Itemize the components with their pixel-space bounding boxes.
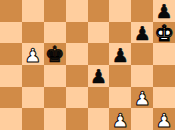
- square-f7[interactable]: [109, 0, 131, 22]
- square-c7[interactable]: [44, 0, 66, 22]
- square-e3[interactable]: [88, 87, 110, 109]
- piece-white-pawn[interactable]: ♟: [156, 110, 173, 129]
- square-g3[interactable]: ♟: [131, 87, 153, 109]
- square-b2[interactable]: [22, 108, 44, 130]
- square-h5[interactable]: [153, 43, 175, 65]
- piece-black-pawn[interactable]: ♟: [90, 67, 107, 86]
- square-d6[interactable]: [66, 22, 88, 44]
- square-a4[interactable]: [0, 65, 22, 87]
- piece-white-king[interactable]: ♚: [154, 22, 174, 43]
- square-f5[interactable]: ♟: [109, 43, 131, 65]
- square-c3[interactable]: [44, 87, 66, 109]
- square-d2[interactable]: [66, 108, 88, 130]
- piece-white-pawn[interactable]: ♟: [134, 88, 151, 107]
- square-h2[interactable]: ♟: [153, 108, 175, 130]
- square-a7[interactable]: [0, 0, 22, 22]
- piece-white-pawn[interactable]: ♟: [24, 45, 41, 64]
- square-e7[interactable]: [88, 0, 110, 22]
- chess-board: ♟♟♚♟♚♟♟♟♟♟: [0, 0, 175, 130]
- square-c5[interactable]: ♚: [44, 43, 66, 65]
- piece-black-king[interactable]: ♚: [45, 44, 65, 65]
- square-b5[interactable]: ♟: [22, 43, 44, 65]
- square-b4[interactable]: [22, 65, 44, 87]
- square-a2[interactable]: [0, 108, 22, 130]
- piece-white-pawn[interactable]: ♟: [112, 110, 129, 129]
- square-e5[interactable]: [88, 43, 110, 65]
- square-g2[interactable]: [131, 108, 153, 130]
- square-b6[interactable]: [22, 22, 44, 44]
- square-d7[interactable]: [66, 0, 88, 22]
- square-g7[interactable]: [131, 0, 153, 22]
- piece-black-pawn[interactable]: ♟: [112, 45, 129, 64]
- square-a3[interactable]: [0, 87, 22, 109]
- square-d3[interactable]: [66, 87, 88, 109]
- square-g4[interactable]: [131, 65, 153, 87]
- piece-black-pawn[interactable]: ♟: [156, 2, 173, 21]
- square-f3[interactable]: [109, 87, 131, 109]
- square-c4[interactable]: [44, 65, 66, 87]
- square-a5[interactable]: [0, 43, 22, 65]
- square-h4[interactable]: [153, 65, 175, 87]
- square-g6[interactable]: ♟: [131, 22, 153, 44]
- square-d5[interactable]: [66, 43, 88, 65]
- square-h7[interactable]: ♟: [153, 0, 175, 22]
- square-b7[interactable]: [22, 0, 44, 22]
- square-h6[interactable]: ♚: [153, 22, 175, 44]
- square-h3[interactable]: [153, 87, 175, 109]
- square-e2[interactable]: [88, 108, 110, 130]
- square-b3[interactable]: [22, 87, 44, 109]
- square-f6[interactable]: [109, 22, 131, 44]
- square-d4[interactable]: [66, 65, 88, 87]
- square-f4[interactable]: [109, 65, 131, 87]
- piece-black-pawn[interactable]: ♟: [134, 23, 151, 42]
- square-f2[interactable]: ♟: [109, 108, 131, 130]
- square-g5[interactable]: [131, 43, 153, 65]
- square-c6[interactable]: [44, 22, 66, 44]
- square-a6[interactable]: [0, 22, 22, 44]
- square-e6[interactable]: [88, 22, 110, 44]
- square-e4[interactable]: ♟: [88, 65, 110, 87]
- square-c2[interactable]: [44, 108, 66, 130]
